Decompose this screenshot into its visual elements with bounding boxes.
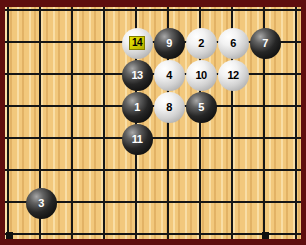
stone-black-7[interactable]: 7: [250, 28, 281, 59]
stone-number: 12: [227, 70, 238, 81]
stone-white-6[interactable]: 6: [218, 28, 249, 59]
stone-black-5[interactable]: 5: [186, 92, 217, 123]
stone-number: 7: [262, 38, 268, 49]
stone-black-3[interactable]: 3: [26, 188, 57, 219]
stone-white-10[interactable]: 10: [186, 60, 217, 91]
stone-number: 4: [166, 70, 172, 81]
gomoku-board[interactable]: 1234567891011121314: [5, 7, 301, 239]
stone-number: 8: [166, 102, 172, 113]
last-move-number-highlight: 14: [129, 36, 145, 50]
stone-number: 3: [38, 198, 44, 209]
stone-black-9[interactable]: 9: [154, 28, 185, 59]
grid-line-horizontal: [5, 137, 301, 139]
stone-number: 9: [166, 38, 172, 49]
stone-white-12[interactable]: 12: [218, 60, 249, 91]
stone-white-2[interactable]: 2: [186, 28, 217, 59]
stone-number: 11: [132, 134, 143, 145]
stone-black-1[interactable]: 1: [122, 92, 153, 123]
stone-white-4[interactable]: 4: [154, 60, 185, 91]
stone-white-14[interactable]: 14: [122, 28, 153, 59]
star-point: [262, 232, 269, 239]
stone-black-11[interactable]: 11: [122, 124, 153, 155]
star-point: [6, 232, 13, 239]
grid-line-horizontal: [5, 9, 301, 11]
stone-number: 5: [198, 102, 204, 113]
stone-white-8[interactable]: 8: [154, 92, 185, 123]
grid-line-horizontal: [5, 169, 301, 171]
stone-black-13[interactable]: 13: [122, 60, 153, 91]
stone-number: 1: [134, 102, 140, 113]
stone-number: 10: [195, 70, 206, 81]
stone-number: 2: [198, 38, 204, 49]
board-frame: 1234567891011121314: [0, 0, 306, 245]
stone-number: 13: [131, 70, 142, 81]
grid-line-horizontal: [5, 233, 301, 235]
stone-number: 6: [230, 38, 236, 49]
